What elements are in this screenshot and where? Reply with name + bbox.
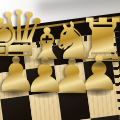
piece-shadow-b8 xyxy=(57,57,87,66)
gold-pawn-d7: ♟ xyxy=(16,95,59,120)
piece-shadow-b7 xyxy=(57,91,85,100)
chess-photo-scene: ♜♞♝♛♚♟♟♟♟ xyxy=(0,0,120,120)
piece-shadow-e8 xyxy=(0,55,10,64)
piece-shadow-c7 xyxy=(30,90,58,99)
piece-shadow-c8 xyxy=(33,57,59,66)
piece-shadow-d7 xyxy=(1,89,29,98)
piece-shadow-a8 xyxy=(84,60,119,69)
pieces-layer: ♜♞♝♛♚♟♟♟♟ xyxy=(0,0,120,120)
piece-shadow-a7 xyxy=(84,88,112,97)
